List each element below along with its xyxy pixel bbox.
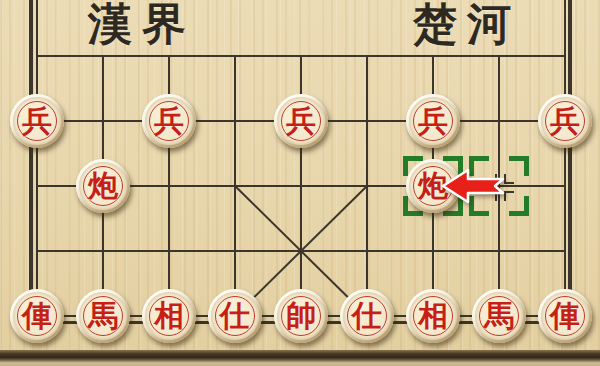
piece-glyph: 兵 xyxy=(274,94,328,148)
piece-soldier[interactable]: 兵 xyxy=(538,94,592,148)
xiangqi-board: 漢界 楚河 兵兵兵兵兵炮炮俥馬相仕帥仕相馬俥 xyxy=(0,0,600,366)
piece-glyph: 帥 xyxy=(274,289,328,343)
piece-glyph: 俥 xyxy=(538,289,592,343)
piece-glyph: 兵 xyxy=(406,94,460,148)
piece-chariot[interactable]: 俥 xyxy=(538,289,592,343)
piece-glyph: 仕 xyxy=(340,289,394,343)
piece-glyph: 相 xyxy=(406,289,460,343)
piece-elephant[interactable]: 相 xyxy=(142,289,196,343)
piece-glyph: 馬 xyxy=(472,289,526,343)
piece-advisor[interactable]: 仕 xyxy=(208,289,262,343)
board-bottom-edge xyxy=(0,350,600,366)
piece-general[interactable]: 帥 xyxy=(274,289,328,343)
piece-horse[interactable]: 馬 xyxy=(472,289,526,343)
piece-glyph: 仕 xyxy=(208,289,262,343)
piece-soldier[interactable]: 兵 xyxy=(274,94,328,148)
piece-glyph: 相 xyxy=(142,289,196,343)
piece-elephant[interactable]: 相 xyxy=(406,289,460,343)
piece-glyph: 炮 xyxy=(76,159,130,213)
piece-glyph: 俥 xyxy=(10,289,64,343)
piece-glyph: 兵 xyxy=(10,94,64,148)
pieces-grid: 兵兵兵兵兵炮炮俥馬相仕帥仕相馬俥 xyxy=(4,23,598,348)
piece-soldier[interactable]: 兵 xyxy=(10,94,64,148)
piece-glyph: 兵 xyxy=(142,94,196,148)
piece-advisor[interactable]: 仕 xyxy=(340,289,394,343)
piece-horse[interactable]: 馬 xyxy=(76,289,130,343)
last-move-arrow-icon xyxy=(441,167,507,205)
piece-glyph: 馬 xyxy=(76,289,130,343)
piece-cannon[interactable]: 炮 xyxy=(76,159,130,213)
piece-soldier[interactable]: 兵 xyxy=(142,94,196,148)
piece-soldier[interactable]: 兵 xyxy=(406,94,460,148)
piece-chariot[interactable]: 俥 xyxy=(10,289,64,343)
piece-glyph: 兵 xyxy=(538,94,592,148)
